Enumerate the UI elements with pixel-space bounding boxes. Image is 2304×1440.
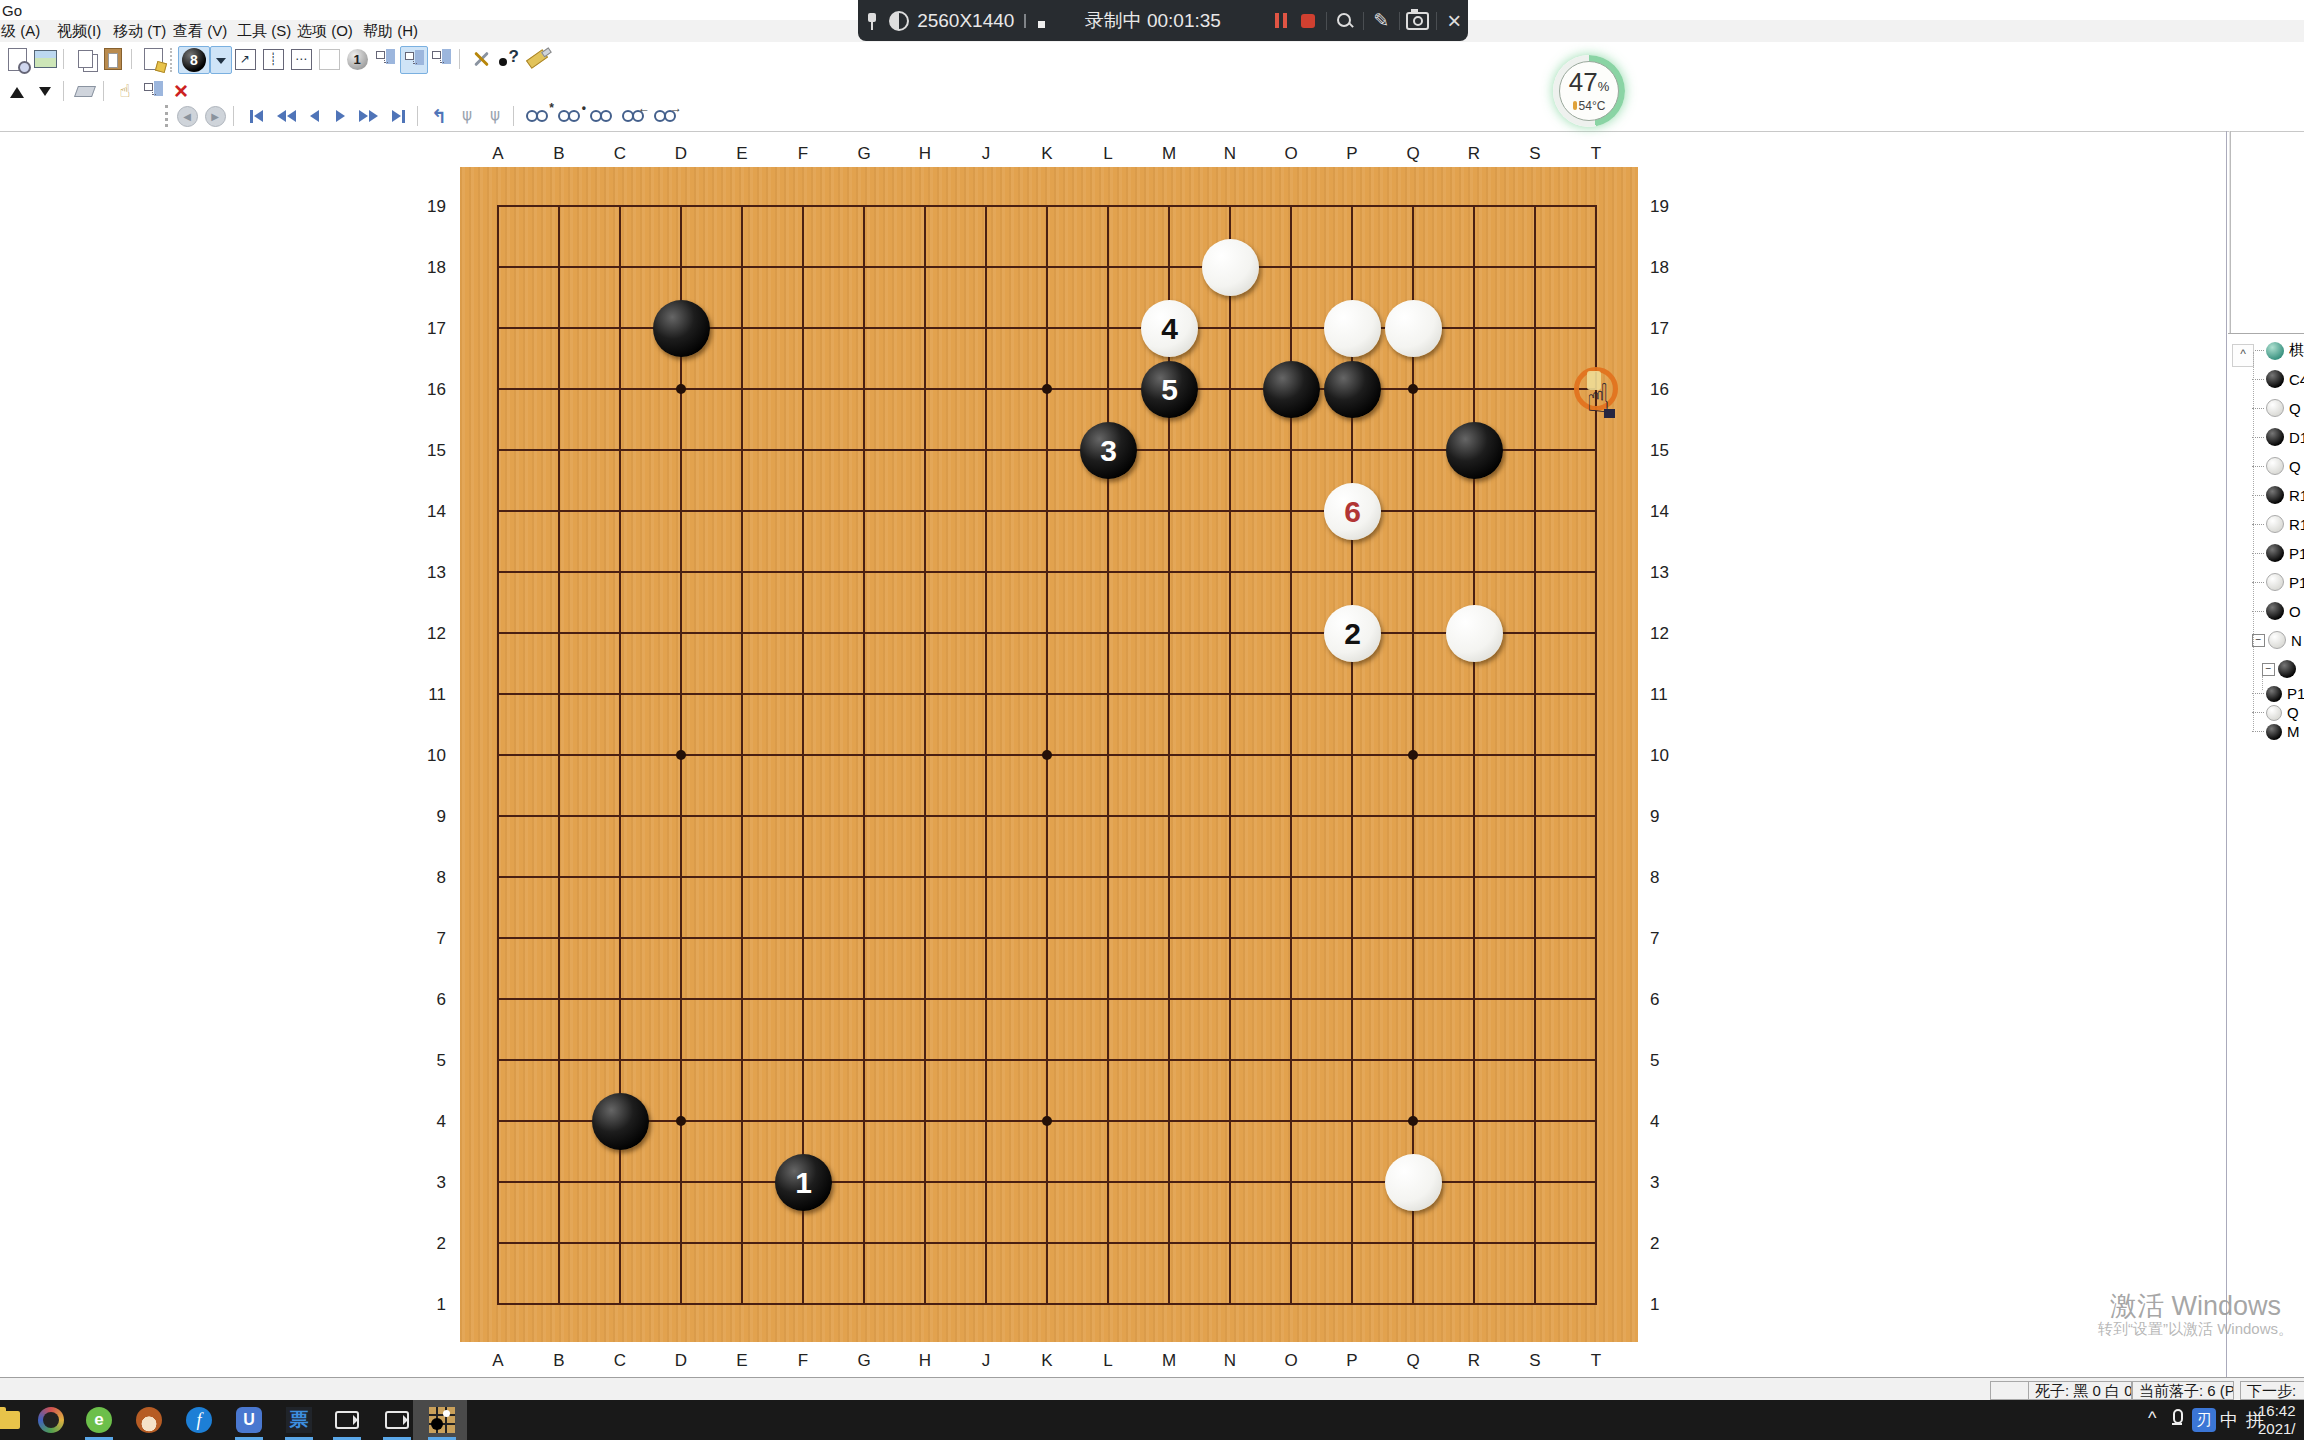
temperature: 54°C: [1560, 99, 1618, 113]
coord-label-left-19: 19: [410, 197, 446, 217]
tree-node-Q[interactable]: Q: [2252, 399, 2301, 417]
tree-node-Q[interactable]: Q: [2252, 457, 2301, 475]
tree-stone-icon: [2266, 544, 2284, 562]
tree-stone-icon: [2266, 705, 2282, 721]
recorder-square-mark: [1038, 21, 1044, 28]
activate-windows-watermark: 激活 Windows: [2110, 1288, 2281, 1324]
toolbar-separator: [513, 106, 514, 126]
coord-label-right-12: 12: [1650, 624, 1686, 644]
tree-stone-icon: [2278, 660, 2296, 678]
toolbar-separator: [63, 81, 64, 101]
tree-root-node[interactable]: 棋: [2252, 341, 2304, 360]
screen: Go 高级 (A)视频(I)移动 (T)查看 (V)工具 (S)选项 (O)帮助…: [0, 0, 2304, 1440]
tree-connector-line-deep: [2262, 676, 2264, 690]
window-title: Go: [2, 2, 22, 19]
coord-label-bottom-C: C: [608, 1351, 632, 1371]
hidden-icons-arrow[interactable]: ^: [2148, 1408, 2156, 1429]
stone-P16[interactable]: [1324, 361, 1381, 418]
coord-label-top-J: J: [974, 144, 998, 164]
tree-stone-icon: [2266, 342, 2284, 360]
grid-line-row-19: [497, 205, 1597, 207]
last-move-button[interactable]: [384, 103, 412, 129]
grid-line-row-8: [497, 876, 1597, 878]
grid-line-row-2: [497, 1242, 1597, 1244]
find-dot-button[interactable]: •: [554, 103, 584, 129]
properties-icon[interactable]: [140, 46, 166, 72]
tree-node-label: P1: [2289, 574, 2304, 591]
coord-label-bottom-G: G: [852, 1351, 876, 1371]
coord-label-left-17: 17: [410, 319, 446, 339]
grid-line-row-1: [497, 1303, 1597, 1305]
tree-node-R1[interactable]: R1: [2252, 486, 2304, 504]
tree-view-large-button[interactable]: [428, 46, 454, 72]
pencil-icon[interactable]: ✎: [1367, 6, 1395, 36]
stone-F3[interactable]: 1: [775, 1154, 832, 1211]
taskbar-icon-green-e[interactable]: e: [84, 1405, 114, 1435]
tree-node-P1[interactable]: P1: [2252, 573, 2304, 591]
stone-N18[interactable]: [1202, 239, 1259, 296]
stone-R12[interactable]: [1446, 605, 1503, 662]
show-dotted-button[interactable]: ⋯: [288, 46, 314, 72]
coord-label-left-3: 3: [410, 1173, 446, 1193]
show-move-numbers-button[interactable]: 8: [178, 46, 210, 74]
coord-label-right-3: 3: [1650, 1173, 1686, 1193]
grid-line-row-18: [497, 266, 1597, 268]
tree-stone-icon: [2266, 457, 2284, 475]
stone-D17[interactable]: [653, 300, 710, 357]
stone-M17[interactable]: 4: [1141, 300, 1198, 357]
pane-splitter[interactable]: [2226, 131, 2227, 1377]
coord-label-right-18: 18: [1650, 258, 1686, 278]
toolbar-separator: [459, 49, 460, 69]
grid-line-row-15: [497, 449, 1597, 451]
first-move-button[interactable]: [242, 103, 270, 129]
move-number-6: 6: [1324, 483, 1381, 540]
tree-node-label: O: [2289, 603, 2301, 620]
star-point-Q16: [1408, 384, 1418, 394]
coord-label-right-14: 14: [1650, 502, 1686, 522]
prev-move-button[interactable]: [302, 103, 326, 129]
menu-item-1[interactable]: 视频(I): [57, 22, 101, 41]
move-number-ball-icon[interactable]: 1: [344, 46, 370, 72]
taskbar-icon-cam1[interactable]: [332, 1405, 362, 1435]
coord-label-top-H: H: [913, 144, 937, 164]
game-tree-panel: 棋C4QD1QR1R1P1P1O−N−P1QM: [2228, 334, 2304, 1377]
grid-line-row-9: [497, 815, 1597, 817]
taskbar-clock[interactable]: 16:42 2021/: [2258, 1402, 2304, 1438]
pin-icon[interactable]: [858, 6, 886, 36]
find-button[interactable]: [586, 103, 616, 129]
coord-label-bottom-P: P: [1340, 1351, 1364, 1371]
contrast-icon[interactable]: [886, 6, 914, 36]
recording-resolution: 2560X1440: [917, 10, 1014, 32]
coord-label-top-F: F: [791, 144, 815, 164]
tree-stone-icon: [2266, 602, 2284, 620]
tree-node-label: R1: [2289, 516, 2304, 533]
taskbar-icon-fox[interactable]: [134, 1405, 164, 1435]
fast-back-button[interactable]: [272, 103, 300, 129]
tree-node-C4[interactable]: C4: [2252, 370, 2304, 388]
close-icon[interactable]: ×: [1440, 6, 1468, 36]
tree-node-label: M: [2287, 723, 2300, 740]
tree-stone-icon: [2266, 399, 2284, 417]
coord-label-right-11: 11: [1650, 685, 1686, 705]
stone-C4[interactable]: [592, 1093, 649, 1150]
coord-label-right-10: 10: [1650, 746, 1686, 766]
menu-item-2[interactable]: 移动 (T): [113, 22, 166, 41]
prev-branch-button[interactable]: ⋔: [454, 103, 480, 129]
coord-label-left-18: 18: [410, 258, 446, 278]
coord-label-bottom-F: F: [791, 1351, 815, 1371]
stop-button[interactable]: [1294, 6, 1322, 36]
tree-node-label: D1: [2289, 429, 2304, 446]
coord-label-left-8: 8: [410, 868, 446, 888]
recorder-divider: [1326, 12, 1327, 30]
toolbar-separator: [63, 49, 64, 69]
coord-label-bottom-K: K: [1035, 1351, 1059, 1371]
tree-node-label: P1: [2289, 545, 2304, 562]
clock-time: 16:42: [2258, 1402, 2304, 1420]
coord-label-bottom-H: H: [913, 1351, 937, 1371]
coord-label-bottom-N: N: [1218, 1351, 1242, 1371]
coord-label-right-15: 15: [1650, 441, 1686, 461]
coord-label-left-12: 12: [410, 624, 446, 644]
taskbar-icon-cam2[interactable]: [382, 1405, 412, 1435]
taskbar-icon-flash[interactable]: f: [184, 1405, 214, 1435]
move-numbers-dropdown[interactable]: [210, 46, 232, 74]
coord-label-bottom-S: S: [1523, 1351, 1547, 1371]
screen-recorder-bar: 2560X1440 录制中 00:01:35 ✎ ×: [858, 0, 1468, 41]
tree-scroll-up-button[interactable]: ^: [2232, 344, 2254, 367]
coord-label-top-S: S: [1523, 144, 1547, 164]
grid-line-row-14: [497, 510, 1597, 512]
hand-tool-button[interactable]: ☝: [112, 78, 138, 104]
history-back-button[interactable]: ◀: [174, 103, 200, 129]
coord-label-right-19: 19: [1650, 197, 1686, 217]
taskbar: efU票 ^ 刃 中 拼 16:42 2021/: [0, 1400, 2304, 1440]
menu-item-4[interactable]: 工具 (S): [237, 22, 291, 41]
performance-widget-face: 47% 54°C: [1559, 61, 1619, 121]
coord-label-top-P: P: [1340, 144, 1364, 164]
coord-label-right-9: 9: [1650, 807, 1686, 827]
tree-node-R1[interactable]: R1: [2252, 515, 2304, 533]
coord-label-left-13: 13: [410, 563, 446, 583]
coord-label-bottom-T: T: [1584, 1351, 1608, 1371]
tree-stone-icon: [2266, 573, 2284, 591]
coord-label-right-4: 4: [1650, 1112, 1686, 1132]
grid-line-row-6: [497, 998, 1597, 1000]
menu-item-5[interactable]: 选项 (O): [297, 22, 353, 41]
coord-label-left-5: 5: [410, 1051, 446, 1071]
status-empty-box: [1990, 1381, 2030, 1400]
coord-label-top-O: O: [1279, 144, 1303, 164]
next-branch-button[interactable]: ⋔: [482, 103, 508, 129]
brush-icon[interactable]: [524, 46, 550, 72]
coord-label-left-16: 16: [410, 380, 446, 400]
navigation-toolbar: ◀▶↰⋔⋔*•←→: [160, 103, 860, 133]
star-point-D10: [676, 750, 686, 760]
grid-line-row-7: [497, 937, 1597, 939]
coord-label-left-4: 4: [410, 1112, 446, 1132]
help-pointer-icon[interactable]: [496, 46, 522, 72]
coord-label-bottom-R: R: [1462, 1351, 1486, 1371]
tree-node-N[interactable]: −N: [2252, 631, 2302, 649]
tree-node-label: Q: [2287, 704, 2299, 721]
status-bar: 死子: 黑 0 白 0 当前落子: 6 (P14) 下一步:: [0, 1377, 2304, 1401]
print-preview-icon[interactable]: [4, 46, 30, 72]
back-to-parent-button[interactable]: ↰: [426, 103, 452, 129]
coord-label-bottom-B: B: [547, 1351, 571, 1371]
taskbar-icon-goboard[interactable]: [427, 1405, 457, 1435]
star-point-K10: [1042, 750, 1052, 760]
tree-node-branch[interactable]: −: [2262, 660, 2301, 678]
tree-node-Q[interactable]: Q: [2252, 704, 2299, 721]
show-empty-button[interactable]: [316, 46, 342, 72]
coord-label-right-8: 8: [1650, 868, 1686, 888]
stone-P17[interactable]: [1324, 300, 1381, 357]
grid-line-row-13: [497, 571, 1597, 573]
recorder-divider: [1399, 12, 1400, 30]
tree-stone-icon: [2266, 686, 2282, 702]
tree-node-label: C4: [2289, 371, 2304, 388]
find-prev-button[interactable]: ←: [618, 103, 648, 129]
next-move-button[interactable]: [328, 103, 352, 129]
coord-label-right-2: 2: [1650, 1234, 1686, 1254]
paste-branch-button[interactable]: [140, 78, 166, 104]
coord-label-right-13: 13: [1650, 563, 1686, 583]
taskbar-icon-uc[interactable]: U: [234, 1405, 264, 1435]
toolbar-separator: [131, 49, 132, 69]
coord-label-left-10: 10: [410, 746, 446, 766]
star-point-Q4: [1408, 1116, 1418, 1126]
find-new-button[interactable]: *: [522, 103, 552, 129]
coord-label-bottom-O: O: [1279, 1351, 1303, 1371]
move-number-3: 3: [1080, 422, 1137, 479]
move-number-2: 2: [1324, 605, 1381, 662]
tree-stone-icon: [2268, 631, 2286, 649]
ime-language-indicator[interactable]: 中: [2220, 1408, 2238, 1432]
star-point-K16: [1042, 384, 1052, 394]
coord-label-right-16: 16: [1650, 380, 1686, 400]
triangle-up-button[interactable]: [4, 78, 30, 104]
paste-icon[interactable]: [100, 46, 126, 72]
coord-label-bottom-M: M: [1157, 1351, 1181, 1371]
coord-label-top-B: B: [547, 144, 571, 164]
coord-label-top-Q: Q: [1401, 144, 1425, 164]
picture-icon[interactable]: [32, 46, 58, 72]
fast-forward-button[interactable]: [354, 103, 382, 129]
coord-label-right-6: 6: [1650, 990, 1686, 1010]
thermometer-icon: [1573, 101, 1577, 110]
grid-line-row-5: [497, 1059, 1597, 1061]
coord-label-top-D: D: [669, 144, 693, 164]
tools-icon[interactable]: [468, 46, 494, 72]
coord-label-left-2: 2: [410, 1234, 446, 1254]
taskbar-icon-folder[interactable]: [0, 1405, 22, 1435]
coord-label-left-15: 15: [410, 441, 446, 461]
tree-node-O[interactable]: O: [2252, 602, 2301, 620]
recorder-divider: [1436, 12, 1437, 30]
coord-label-top-C: C: [608, 144, 632, 164]
star-point-K4: [1042, 1116, 1052, 1126]
taskbar-icon-piao[interactable]: 票: [284, 1405, 314, 1435]
magnifier-icon[interactable]: [1331, 6, 1359, 36]
stone-P14[interactable]: 6: [1324, 483, 1381, 540]
tree-stone-icon: [2266, 428, 2284, 446]
delete-button[interactable]: ×: [168, 78, 194, 104]
coord-label-bottom-L: L: [1096, 1351, 1120, 1371]
tree-stone-icon: [2266, 724, 2282, 740]
toolbar-separator: [417, 106, 418, 126]
tree-node-P1[interactable]: P1: [2252, 544, 2304, 562]
stone-L15[interactable]: 3: [1080, 422, 1137, 479]
coord-label-left-14: 14: [410, 502, 446, 522]
coord-label-right-5: 5: [1650, 1051, 1686, 1071]
copy-icon[interactable]: [72, 46, 98, 72]
coord-label-bottom-E: E: [730, 1351, 754, 1371]
move-number-5: 5: [1141, 361, 1198, 418]
star-point-Q10: [1408, 750, 1418, 760]
clock-date: 2021/: [2258, 1420, 2304, 1438]
stone-Q3[interactable]: [1385, 1154, 1442, 1211]
tree-node-D1[interactable]: D1: [2252, 428, 2304, 446]
coord-label-bottom-J: J: [974, 1351, 998, 1371]
star-point-D16: [676, 384, 686, 394]
recording-status: 录制中 00:01:35: [1085, 8, 1221, 34]
move-number-1: 1: [775, 1154, 832, 1211]
status-next-move: 下一步:: [2240, 1381, 2304, 1400]
tree-node-label: Q: [2289, 400, 2301, 417]
coord-label-right-7: 7: [1650, 929, 1686, 949]
coord-label-top-R: R: [1462, 144, 1486, 164]
tree-node-label: 棋: [2289, 341, 2304, 360]
main-toolbar: 8↗┊⋯1: [0, 46, 700, 76]
performance-widget[interactable]: 47% 54°C: [1553, 55, 1625, 127]
coord-label-top-E: E: [730, 144, 754, 164]
coord-label-bottom-A: A: [486, 1351, 510, 1371]
tree-node-label: Q: [2289, 458, 2301, 475]
star-point-D4: [676, 1116, 686, 1126]
toolbar-separator: [103, 81, 104, 101]
tree-node-M[interactable]: M: [2252, 723, 2300, 740]
recorder-divider: [1363, 12, 1364, 30]
status-current-move: 当前落子: 6 (P14): [2132, 1381, 2234, 1400]
coord-label-right-1: 1: [1650, 1295, 1686, 1315]
tree-node-P1[interactable]: P1: [2252, 685, 2304, 702]
toolbar-drag-handle[interactable]: [164, 103, 172, 129]
hand-cursor-cuff: [1604, 409, 1615, 418]
tree-node-label: P1: [2287, 685, 2304, 702]
menu-item-0[interactable]: 高级 (A): [0, 22, 40, 41]
coord-label-top-T: T: [1584, 144, 1608, 164]
tree-node-label: N: [2291, 632, 2302, 649]
show-marks-button[interactable]: ┊: [260, 46, 286, 72]
status-captures: 死子: 黑 0 白 0: [2028, 1381, 2132, 1400]
coord-label-left-9: 9: [410, 807, 446, 827]
coord-label-top-N: N: [1218, 144, 1242, 164]
eraser-button[interactable]: [72, 78, 98, 104]
grid-line-row-12: [497, 632, 1597, 634]
move-number-4: 4: [1141, 300, 1198, 357]
grid-line-row-11: [497, 693, 1597, 695]
tree-stone-icon: [2266, 370, 2284, 388]
toolbar-separator: [233, 106, 234, 126]
camera-icon[interactable]: [1404, 6, 1432, 36]
toolbar-divider: [0, 131, 2304, 132]
coord-label-top-L: L: [1096, 144, 1120, 164]
menu-item-6[interactable]: 帮助 (H): [363, 22, 418, 41]
cpu-percent: 47%: [1560, 70, 1618, 99]
find-next-button[interactable]: →: [650, 103, 680, 129]
coord-label-left-11: 11: [410, 685, 446, 705]
tree-view-selected-button[interactable]: [400, 46, 428, 74]
show-letters-button[interactable]: ↗: [232, 46, 258, 72]
coord-label-bottom-Q: Q: [1401, 1351, 1425, 1371]
recorder-separator-mark: [1024, 14, 1026, 28]
coord-label-left-7: 7: [410, 929, 446, 949]
stone-P12[interactable]: 2: [1324, 605, 1381, 662]
ime-app-icon[interactable]: 刃: [2192, 1408, 2216, 1432]
tree-view-small-button[interactable]: [372, 46, 398, 72]
stone-O16[interactable]: [1263, 361, 1320, 418]
pause-button[interactable]: [1267, 6, 1295, 36]
tree-stone-icon: [2266, 515, 2284, 533]
tree-panel-border: [2228, 333, 2304, 334]
taskbar-icon-media[interactable]: [36, 1405, 66, 1435]
coord-label-bottom-D: D: [669, 1351, 693, 1371]
triangle-down-button[interactable]: [32, 78, 58, 104]
tree-node-label: R1: [2289, 487, 2304, 504]
coord-label-left-6: 6: [410, 990, 446, 1010]
tree-stone-icon: [2266, 486, 2284, 504]
coord-label-right-17: 17: [1650, 319, 1686, 339]
stone-R15[interactable]: [1446, 422, 1503, 479]
stone-M16[interactable]: 5: [1141, 361, 1198, 418]
coord-label-top-A: A: [486, 144, 510, 164]
toolbar-grip: [170, 48, 175, 72]
tree-expander-icon[interactable]: −: [2262, 663, 2275, 676]
menu-item-3[interactable]: 查看 (V): [173, 22, 227, 41]
coord-label-top-M: M: [1157, 144, 1181, 164]
coord-label-top-G: G: [852, 144, 876, 164]
coord-label-left-1: 1: [410, 1295, 446, 1315]
coord-label-top-K: K: [1035, 144, 1059, 164]
activate-windows-watermark-sub: 转到“设置”以激活 Windows。: [2098, 1320, 2293, 1339]
history-forward-button[interactable]: ▶: [202, 103, 228, 129]
stone-Q17[interactable]: [1385, 300, 1442, 357]
tree-connector-line: [2253, 352, 2255, 732]
